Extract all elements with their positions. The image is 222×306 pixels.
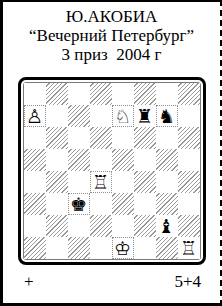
square-h3 — [178, 193, 200, 215]
stipulation-symbol: + — [24, 272, 34, 292]
black-king: ♚ — [70, 194, 87, 214]
square-c5 — [68, 149, 90, 171]
square-e6 — [112, 127, 134, 149]
square-d3 — [90, 193, 112, 215]
square-c1 — [68, 237, 90, 259]
square-c4 — [68, 171, 90, 193]
square-a8 — [24, 83, 46, 105]
white-knight: ♘ — [114, 106, 131, 126]
black-bishop: ♝ — [158, 216, 175, 236]
square-g3 — [156, 193, 178, 215]
square-g2: ♝ — [156, 215, 178, 237]
square-e1: ♔ — [112, 237, 134, 259]
source-publication: “Вечерний Петербург” — [3, 26, 220, 45]
square-b1 — [46, 237, 68, 259]
square-d2 — [90, 215, 112, 237]
square-b7 — [46, 105, 68, 127]
square-a3 — [24, 193, 46, 215]
square-g7: ♞ — [156, 105, 178, 127]
square-h5 — [178, 149, 200, 171]
square-d4: ♖ — [90, 171, 112, 193]
square-e7: ♘ — [112, 105, 134, 127]
black-rook: ♜ — [136, 106, 153, 126]
square-a2 — [24, 215, 46, 237]
square-e5 — [112, 149, 134, 171]
square-c7 — [68, 105, 90, 127]
square-h4 — [178, 171, 200, 193]
square-h1: ♖ — [178, 237, 200, 259]
square-c2 — [68, 215, 90, 237]
chess-board: ♙♘♜♞♖♚♝♔♖ — [24, 83, 200, 259]
square-f1 — [134, 237, 156, 259]
square-b6 — [46, 127, 68, 149]
white-pawn: ♙ — [26, 106, 43, 126]
white-rook: ♖ — [180, 238, 197, 258]
white-king: ♔ — [114, 238, 131, 258]
square-e8 — [112, 83, 134, 105]
black-knight: ♞ — [158, 106, 175, 126]
square-d1 — [90, 237, 112, 259]
square-a1 — [24, 237, 46, 259]
square-a7: ♙ — [24, 105, 46, 127]
composer-name: Ю.АКОБИА — [3, 7, 220, 26]
chess-board-inner-border: ♙♘♜♞♖♚♝♔♖ — [23, 82, 201, 260]
square-c8 — [68, 83, 90, 105]
square-d5 — [90, 149, 112, 171]
square-h8 — [178, 83, 200, 105]
square-b3 — [46, 193, 68, 215]
square-b4 — [46, 171, 68, 193]
square-f5 — [134, 149, 156, 171]
square-e2 — [112, 215, 134, 237]
diagram-header: Ю.АКОБИА “Вечерний Петербург” 3 приз 200… — [3, 2, 220, 64]
square-e3 — [112, 193, 134, 215]
square-a5 — [24, 149, 46, 171]
square-c6 — [68, 127, 90, 149]
square-h2 — [178, 215, 200, 237]
diagram-footer: + 5+4 — [3, 272, 220, 292]
square-b8 — [46, 83, 68, 105]
square-b2 — [46, 215, 68, 237]
square-g4 — [156, 171, 178, 193]
square-g5 — [156, 149, 178, 171]
square-b5 — [46, 149, 68, 171]
square-h6 — [178, 127, 200, 149]
square-a4 — [24, 171, 46, 193]
square-d6 — [90, 127, 112, 149]
square-g8 — [156, 83, 178, 105]
square-f8 — [134, 83, 156, 105]
square-f6 — [134, 127, 156, 149]
square-d8 — [90, 83, 112, 105]
square-h7 — [178, 105, 200, 127]
square-c3: ♚ — [68, 193, 90, 215]
square-d7 — [90, 105, 112, 127]
chess-board-frame: ♙♘♜♞♖♚♝♔♖ — [18, 77, 206, 265]
square-f3 — [134, 193, 156, 215]
material-count: 5+4 — [174, 272, 201, 292]
square-g1 — [156, 237, 178, 259]
square-a6 — [24, 127, 46, 149]
award-line: 3 приз 2004 г — [3, 45, 220, 64]
square-g6 — [156, 127, 178, 149]
square-f2 — [134, 215, 156, 237]
square-e4 — [112, 171, 134, 193]
square-f7: ♜ — [134, 105, 156, 127]
white-rook: ♖ — [92, 172, 109, 192]
square-f4 — [134, 171, 156, 193]
study-diagram-page: Ю.АКОБИА “Вечерний Петербург” 3 приз 200… — [0, 0, 222, 306]
